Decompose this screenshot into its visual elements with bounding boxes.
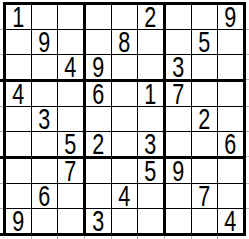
gridline-stub [191, 236, 192, 239]
spreadsheet-canvas: 1299854934617325236759647934 [0, 0, 249, 239]
cell-r4c8[interactable] [192, 82, 218, 107]
given-digit: 9 [224, 5, 236, 30]
cell-r8c9[interactable] [218, 184, 243, 209]
cell-r4c9[interactable] [218, 82, 243, 107]
gridline-stub [111, 236, 112, 239]
cell-r6c1[interactable] [6, 132, 32, 159]
cell-r8c2[interactable]: 6 [32, 184, 58, 209]
given-digit: 5 [64, 132, 76, 159]
cell-r1c5[interactable] [112, 5, 138, 30]
given-digit: 7 [198, 184, 210, 209]
cell-r1c6[interactable]: 2 [138, 5, 166, 30]
cell-r9c2[interactable] [32, 209, 58, 233]
given-digit: 5 [198, 30, 210, 55]
cell-r6c9[interactable]: 6 [218, 132, 243, 159]
cell-r3c2[interactable] [32, 55, 58, 82]
cell-r4c6[interactable]: 1 [138, 82, 166, 107]
sudoku-board: 1299854934617325236759647934 [3, 2, 246, 236]
gridline-stub [246, 208, 249, 209]
cell-r2c3[interactable] [58, 30, 86, 55]
cell-r2c4[interactable] [86, 30, 112, 55]
cell-r3c1[interactable] [6, 55, 32, 82]
cell-r2c8[interactable]: 5 [192, 30, 218, 55]
cell-r5c7[interactable] [166, 107, 192, 132]
cell-r2c2[interactable]: 9 [32, 30, 58, 55]
given-digit: 9 [92, 55, 104, 82]
cell-r8c3[interactable] [58, 184, 86, 209]
cell-r9c7[interactable] [166, 209, 192, 233]
cell-r5c3[interactable] [58, 107, 86, 132]
given-digit: 6 [92, 82, 104, 107]
gridline-stub [246, 79, 249, 80]
cell-r4c4[interactable]: 6 [86, 82, 112, 107]
cell-r1c3[interactable] [58, 5, 86, 30]
cell-r9c3[interactable] [58, 209, 86, 233]
cell-r6c3[interactable]: 5 [58, 132, 86, 159]
cell-r2c5[interactable]: 8 [112, 30, 138, 55]
given-digit: 6 [224, 132, 236, 159]
gridline-stub [217, 236, 218, 239]
cell-r3c6[interactable] [138, 55, 166, 82]
given-digit: 4 [12, 82, 24, 107]
cell-r2c6[interactable] [138, 30, 166, 55]
given-digit: 1 [12, 5, 24, 30]
gridline-stub [31, 236, 32, 239]
gridline-stub [164, 236, 165, 239]
cell-r3c4[interactable]: 9 [86, 55, 112, 82]
given-digit: 7 [172, 82, 184, 107]
cell-r2c7[interactable] [166, 30, 192, 55]
cell-r7c3[interactable]: 7 [58, 159, 86, 184]
cell-r3c7[interactable]: 3 [166, 55, 192, 82]
gridline-stub [57, 236, 58, 239]
gridline-stub [246, 156, 249, 157]
cell-r4c7[interactable]: 7 [166, 82, 192, 107]
cell-r8c5[interactable]: 4 [112, 184, 138, 209]
cell-r3c5[interactable] [112, 55, 138, 82]
cell-r6c4[interactable]: 2 [86, 132, 112, 159]
cell-r6c5[interactable] [112, 132, 138, 159]
cell-r1c4[interactable] [86, 5, 112, 30]
given-digit: 3 [172, 55, 184, 82]
cell-r2c1[interactable] [6, 30, 32, 55]
gridline-stub [246, 183, 249, 184]
cell-r3c3[interactable]: 4 [58, 55, 86, 82]
given-digit: 7 [64, 159, 76, 184]
cell-r9c9[interactable]: 4 [218, 209, 243, 233]
gridline-stub [246, 29, 249, 30]
gridline-stub [246, 54, 249, 55]
cell-r1c2[interactable] [32, 5, 58, 30]
gridline-stub [246, 131, 249, 132]
cell-r7c5[interactable] [112, 159, 138, 184]
cell-r2c9[interactable] [218, 30, 243, 55]
cell-r7c9[interactable] [218, 159, 243, 184]
given-digit: 2 [144, 5, 156, 30]
given-digit: 3 [38, 107, 50, 132]
cell-r7c8[interactable] [192, 159, 218, 184]
cell-r7c2[interactable] [32, 159, 58, 184]
cell-r9c1[interactable]: 9 [6, 209, 32, 233]
given-digit: 3 [92, 209, 104, 233]
cell-r1c9[interactable]: 9 [218, 5, 243, 30]
cell-r4c5[interactable] [112, 82, 138, 107]
cell-r4c2[interactable] [32, 82, 58, 107]
cell-r4c1[interactable]: 4 [6, 82, 32, 107]
gridline-stub [137, 236, 138, 239]
given-digit: 2 [92, 132, 104, 159]
given-digit: 9 [12, 209, 24, 233]
cell-r8c6[interactable] [138, 184, 166, 209]
given-digit: 5 [144, 159, 156, 184]
cell-r9c8[interactable] [192, 209, 218, 233]
cell-r8c8[interactable]: 7 [192, 184, 218, 209]
cell-r1c7[interactable] [166, 5, 192, 30]
cell-r3c9[interactable] [218, 55, 243, 82]
cell-r1c8[interactable] [192, 5, 218, 30]
cell-r6c6[interactable]: 3 [138, 132, 166, 159]
cell-r6c7[interactable] [166, 132, 192, 159]
cell-r9c5[interactable] [112, 209, 138, 233]
cell-r7c6[interactable]: 5 [138, 159, 166, 184]
given-digit: 3 [144, 132, 156, 159]
given-digit: 9 [38, 30, 50, 55]
cell-r5c1[interactable] [6, 107, 32, 132]
cell-r4c3[interactable] [58, 82, 86, 107]
cell-r8c1[interactable] [6, 184, 32, 209]
given-digit: 4 [64, 55, 76, 82]
cell-r7c1[interactable] [6, 159, 32, 184]
cell-r3c8[interactable] [192, 55, 218, 82]
given-digit: 6 [38, 184, 50, 209]
cell-r5c6[interactable] [138, 107, 166, 132]
given-digit: 4 [224, 209, 236, 233]
given-digit: 9 [172, 159, 184, 184]
cell-r5c2[interactable]: 3 [32, 107, 58, 132]
given-digit: 1 [144, 82, 156, 107]
cell-r7c4[interactable] [86, 159, 112, 184]
gridline-stub [84, 236, 85, 239]
cell-r9c4[interactable]: 3 [86, 209, 112, 233]
given-digit: 4 [118, 184, 130, 209]
cell-r8c7[interactable] [166, 184, 192, 209]
cell-r1c1[interactable]: 1 [6, 5, 32, 30]
cell-r5c8[interactable]: 2 [192, 107, 218, 132]
given-digit: 2 [198, 107, 210, 132]
cell-r5c4[interactable] [86, 107, 112, 132]
cell-r9c6[interactable] [138, 209, 166, 233]
cell-r5c9[interactable] [218, 107, 243, 132]
gridline-stub [246, 106, 249, 107]
cell-r6c8[interactable] [192, 132, 218, 159]
cell-r6c2[interactable] [32, 132, 58, 159]
cell-r7c7[interactable]: 9 [166, 159, 192, 184]
cell-r8c4[interactable] [86, 184, 112, 209]
cell-r5c5[interactable] [112, 107, 138, 132]
given-digit: 8 [118, 30, 130, 55]
